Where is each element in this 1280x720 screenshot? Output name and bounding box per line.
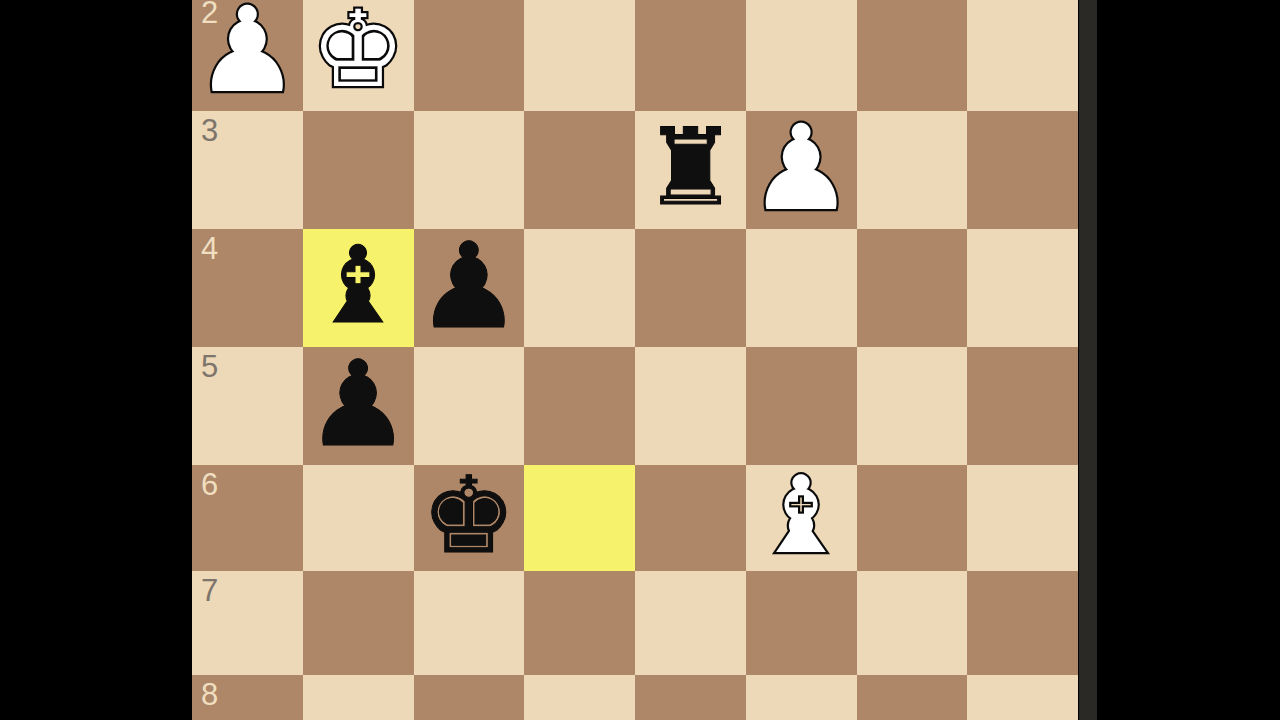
square-a3[interactable] bbox=[967, 111, 1078, 229]
square-d3[interactable]: ♜ bbox=[635, 111, 746, 229]
piece-black-king[interactable]: ♚ bbox=[421, 463, 516, 569]
square-g2[interactable]: ♚ bbox=[303, 0, 414, 111]
square-f2[interactable] bbox=[414, 0, 525, 111]
square-e8[interactable] bbox=[524, 675, 635, 720]
piece-black-bishop[interactable]: ♝ bbox=[311, 233, 406, 339]
square-h6[interactable]: 6 bbox=[192, 465, 303, 571]
square-d8[interactable] bbox=[635, 675, 746, 720]
rank-label-5: 5 bbox=[201, 351, 218, 382]
piece-black-rook[interactable]: ♜ bbox=[643, 115, 738, 221]
square-c8[interactable] bbox=[746, 675, 857, 720]
rank-label-7: 7 bbox=[201, 575, 218, 606]
video-frame: 12♟♚3♜♟4♝♟5♟6♚♝78 bbox=[0, 0, 1280, 720]
square-a5[interactable] bbox=[967, 347, 1078, 465]
square-a4[interactable] bbox=[967, 229, 1078, 347]
rank-label-3: 3 bbox=[201, 115, 218, 146]
rank-label-6: 6 bbox=[201, 469, 218, 500]
square-f4[interactable]: ♟ bbox=[414, 229, 525, 347]
piece-white-king[interactable]: ♚ bbox=[311, 0, 406, 103]
piece-black-pawn[interactable]: ♟ bbox=[416, 227, 522, 345]
letterbox-right bbox=[1097, 0, 1280, 720]
square-g3[interactable] bbox=[303, 111, 414, 229]
square-a2[interactable] bbox=[967, 0, 1078, 111]
square-f3[interactable] bbox=[414, 111, 525, 229]
square-g7[interactable] bbox=[303, 571, 414, 676]
square-b2[interactable] bbox=[857, 0, 968, 111]
rank-label-8: 8 bbox=[201, 679, 218, 710]
piece-white-pawn[interactable]: ♟ bbox=[748, 109, 854, 227]
square-h5[interactable]: 5 bbox=[192, 347, 303, 465]
square-e3[interactable] bbox=[524, 111, 635, 229]
square-b6[interactable] bbox=[857, 465, 968, 571]
square-b5[interactable] bbox=[857, 347, 968, 465]
square-d4[interactable] bbox=[635, 229, 746, 347]
square-a7[interactable] bbox=[967, 571, 1078, 676]
rank-label-4: 4 bbox=[201, 233, 218, 264]
square-e6[interactable] bbox=[524, 465, 635, 571]
square-c2[interactable] bbox=[746, 0, 857, 111]
square-c7[interactable] bbox=[746, 571, 857, 676]
square-f8[interactable] bbox=[414, 675, 525, 720]
square-f6[interactable]: ♚ bbox=[414, 465, 525, 571]
square-a8[interactable] bbox=[967, 675, 1078, 720]
square-h8[interactable]: 8 bbox=[192, 675, 303, 720]
square-c5[interactable] bbox=[746, 347, 857, 465]
letterbox-left bbox=[0, 0, 192, 720]
square-g4[interactable]: ♝ bbox=[303, 229, 414, 347]
square-c3[interactable]: ♟ bbox=[746, 111, 857, 229]
square-f5[interactable] bbox=[414, 347, 525, 465]
square-g6[interactable] bbox=[303, 465, 414, 571]
square-f7[interactable] bbox=[414, 571, 525, 676]
square-d6[interactable] bbox=[635, 465, 746, 571]
square-g8[interactable] bbox=[303, 675, 414, 720]
board-edge-shadow bbox=[1079, 0, 1097, 720]
square-d5[interactable] bbox=[635, 347, 746, 465]
square-d2[interactable] bbox=[635, 0, 746, 111]
square-e7[interactable] bbox=[524, 571, 635, 676]
square-d7[interactable] bbox=[635, 571, 746, 676]
square-e4[interactable] bbox=[524, 229, 635, 347]
square-h4[interactable]: 4 bbox=[192, 229, 303, 347]
square-b3[interactable] bbox=[857, 111, 968, 229]
square-h3[interactable]: 3 bbox=[192, 111, 303, 229]
piece-black-pawn[interactable]: ♟ bbox=[305, 345, 411, 463]
square-h7[interactable]: 7 bbox=[192, 571, 303, 676]
square-b8[interactable] bbox=[857, 675, 968, 720]
piece-white-pawn[interactable]: ♟ bbox=[194, 0, 300, 109]
piece-white-bishop[interactable]: ♝ bbox=[754, 463, 849, 569]
square-b7[interactable] bbox=[857, 571, 968, 676]
square-c6[interactable]: ♝ bbox=[746, 465, 857, 571]
square-g5[interactable]: ♟ bbox=[303, 347, 414, 465]
square-h2[interactable]: 2♟ bbox=[192, 0, 303, 111]
chessboard: 12♟♚3♜♟4♝♟5♟6♚♝78 bbox=[192, 0, 1078, 720]
square-a6[interactable] bbox=[967, 465, 1078, 571]
square-b4[interactable] bbox=[857, 229, 968, 347]
square-c4[interactable] bbox=[746, 229, 857, 347]
square-e2[interactable] bbox=[524, 0, 635, 111]
square-e5[interactable] bbox=[524, 347, 635, 465]
